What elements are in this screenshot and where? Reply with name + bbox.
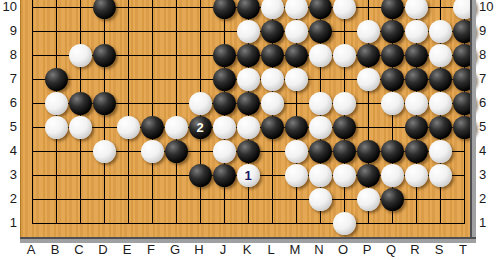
stone-black-R5[interactable] (405, 116, 428, 139)
row-label-right-7: 7 (479, 72, 500, 86)
stone-black-O4[interactable] (333, 140, 356, 163)
move-number-label: 1 (244, 169, 251, 182)
stone-white-L6[interactable] (261, 92, 284, 115)
col-label-A: A (23, 243, 39, 257)
row-label-right-9: 9 (479, 24, 500, 38)
stone-white-F4[interactable] (141, 140, 164, 163)
row-label-left-4: 4 (1, 144, 17, 158)
stone-white-J4[interactable] (213, 140, 236, 163)
col-label-C: C (71, 243, 87, 257)
col-label-P: P (359, 243, 375, 257)
col-label-T: T (455, 243, 471, 257)
row-label-right-4: 4 (479, 144, 500, 158)
stone-black-K4[interactable] (237, 140, 260, 163)
row-label-left-7: 7 (1, 72, 17, 86)
col-label-O: O (335, 243, 351, 257)
stone-black-J8[interactable] (213, 44, 236, 67)
grid-line-col-A (32, 0, 33, 224)
stone-white-P9[interactable] (357, 20, 380, 43)
stone-white-N8[interactable] (309, 44, 332, 67)
board-edge-right (470, 0, 476, 243)
stone-black-Q4[interactable] (381, 140, 404, 163)
stone-black-K6[interactable] (237, 92, 260, 115)
row-label-right-5: 5 (479, 120, 500, 134)
row-label-left-8: 8 (1, 48, 17, 62)
grid-line-col-G (176, 0, 177, 224)
stone-black-O5[interactable] (333, 116, 356, 139)
stone-white-S3[interactable] (429, 164, 452, 187)
stone-black-S5[interactable] (429, 116, 452, 139)
stone-white-O8[interactable] (333, 44, 356, 67)
stone-white-M7[interactable] (285, 68, 308, 91)
stone-white-N3[interactable] (309, 164, 332, 187)
stone-white-O3[interactable] (333, 164, 356, 187)
stone-black-B7[interactable] (45, 68, 68, 91)
stone-white-C5[interactable] (69, 116, 92, 139)
stone-black-G4[interactable] (165, 140, 188, 163)
stone-white-R10[interactable] (405, 0, 428, 19)
col-label-J: J (215, 243, 231, 257)
row-label-left-9: 9 (1, 24, 17, 38)
col-label-R: R (407, 243, 423, 257)
stone-black-P4[interactable] (357, 140, 380, 163)
stone-white-M10[interactable] (285, 0, 308, 19)
row-label-right-10: 10 (479, 0, 500, 14)
stone-white-O10[interactable] (333, 0, 356, 19)
stone-black-S7[interactable] (429, 68, 452, 91)
stone-white-M3[interactable] (285, 164, 308, 187)
stone-white-C8[interactable] (69, 44, 92, 67)
row-label-left-10: 10 (1, 0, 17, 14)
stone-black-C6[interactable] (69, 92, 92, 115)
row-label-left-2: 2 (1, 192, 17, 206)
col-label-H: H (191, 243, 207, 257)
stone-black-K8[interactable] (237, 44, 260, 67)
stone-white-R9[interactable] (405, 20, 428, 43)
grid-line-col-E (128, 0, 129, 224)
stone-black-L5[interactable] (261, 116, 284, 139)
col-label-K: K (239, 243, 255, 257)
stone-white-Q6[interactable] (381, 92, 404, 115)
stone-white-E5[interactable] (117, 116, 140, 139)
stone-black-J3[interactable] (213, 164, 236, 187)
grid-line-row-1 (32, 223, 465, 224)
move-number-label: 2 (196, 121, 203, 134)
stone-black-Q10[interactable] (381, 0, 404, 19)
stone-white-M9[interactable] (285, 20, 308, 43)
stone-white-S9[interactable] (429, 20, 452, 43)
row-label-left-5: 5 (1, 120, 17, 134)
row-label-left-3: 3 (1, 168, 17, 182)
stone-white-B6[interactable] (45, 92, 68, 115)
stone-black-P3[interactable] (357, 164, 380, 187)
stone-white-L10[interactable] (261, 0, 284, 19)
stone-black-H5[interactable]: 2 (189, 116, 212, 139)
stone-black-N4[interactable] (309, 140, 332, 163)
stone-white-P7[interactable] (357, 68, 380, 91)
col-label-N: N (311, 243, 327, 257)
stone-black-R4[interactable] (405, 140, 428, 163)
stone-black-Q7[interactable] (381, 68, 404, 91)
col-label-L: L (263, 243, 279, 257)
stone-white-B5[interactable] (45, 116, 68, 139)
grid-line-col-F (152, 0, 153, 224)
col-label-Q: Q (383, 243, 399, 257)
col-label-M: M (287, 243, 303, 257)
col-label-G: G (167, 243, 183, 257)
stone-black-Q2[interactable] (381, 188, 404, 211)
stone-black-Q9[interactable] (381, 20, 404, 43)
row-label-right-8: 8 (479, 48, 500, 62)
stone-white-K7[interactable] (237, 68, 260, 91)
row-label-right-2: 2 (479, 192, 500, 206)
stone-black-J7[interactable] (213, 68, 236, 91)
stone-black-J10[interactable] (213, 0, 236, 19)
stone-black-N9[interactable] (309, 20, 332, 43)
stone-white-M4[interactable] (285, 140, 308, 163)
col-label-D: D (95, 243, 111, 257)
stone-white-P2[interactable] (357, 188, 380, 211)
stone-black-M8[interactable] (285, 44, 308, 67)
stone-black-D6[interactable] (93, 92, 116, 115)
go-client-screen: 21 1010998877665544332211ABCDEFGHJKLMNOP… (0, 0, 500, 260)
stone-black-K10[interactable] (237, 0, 260, 19)
stone-black-R8[interactable] (405, 44, 428, 67)
stone-white-N2[interactable] (309, 188, 332, 211)
col-label-F: F (143, 243, 159, 257)
stone-white-O1[interactable] (333, 212, 356, 235)
col-label-S: S (431, 243, 447, 257)
stone-white-D4[interactable] (93, 140, 116, 163)
stone-white-R6[interactable] (405, 92, 428, 115)
stone-black-H3[interactable] (189, 164, 212, 187)
row-label-right-3: 3 (479, 168, 500, 182)
stone-white-S8[interactable] (429, 44, 452, 67)
stone-white-K5[interactable] (237, 116, 260, 139)
row-label-left-6: 6 (1, 96, 17, 110)
goban[interactable]: 21 (20, 0, 471, 237)
stone-white-N5[interactable] (309, 116, 332, 139)
stone-white-O6[interactable] (333, 92, 356, 115)
stone-black-D10[interactable] (93, 0, 116, 19)
stone-white-N6[interactable] (309, 92, 332, 115)
stone-white-L7[interactable] (261, 68, 284, 91)
stone-black-F5[interactable] (141, 116, 164, 139)
stone-black-J6[interactable] (213, 92, 236, 115)
stone-white-G5[interactable] (165, 116, 188, 139)
stone-black-P8[interactable] (357, 44, 380, 67)
stone-white-J5[interactable] (213, 116, 236, 139)
stone-white-K3[interactable]: 1 (237, 164, 260, 187)
stone-black-L8[interactable] (261, 44, 284, 67)
stone-black-R7[interactable] (405, 68, 428, 91)
col-label-E: E (119, 243, 135, 257)
row-label-right-1: 1 (479, 216, 500, 230)
stone-white-S6[interactable] (429, 92, 452, 115)
stone-black-N10[interactable] (309, 0, 332, 19)
stone-white-H6[interactable] (189, 92, 212, 115)
col-label-B: B (47, 243, 63, 257)
stone-black-L9[interactable] (261, 20, 284, 43)
row-label-right-6: 6 (479, 96, 500, 110)
stone-white-S4[interactable] (429, 140, 452, 163)
row-label-left-1: 1 (1, 216, 17, 230)
stone-white-R3[interactable] (405, 164, 428, 187)
stone-black-M5[interactable] (285, 116, 308, 139)
stone-white-K9[interactable] (237, 20, 260, 43)
stone-black-D8[interactable] (93, 44, 116, 67)
stone-white-Q3[interactable] (381, 164, 404, 187)
stone-black-Q8[interactable] (381, 44, 404, 67)
